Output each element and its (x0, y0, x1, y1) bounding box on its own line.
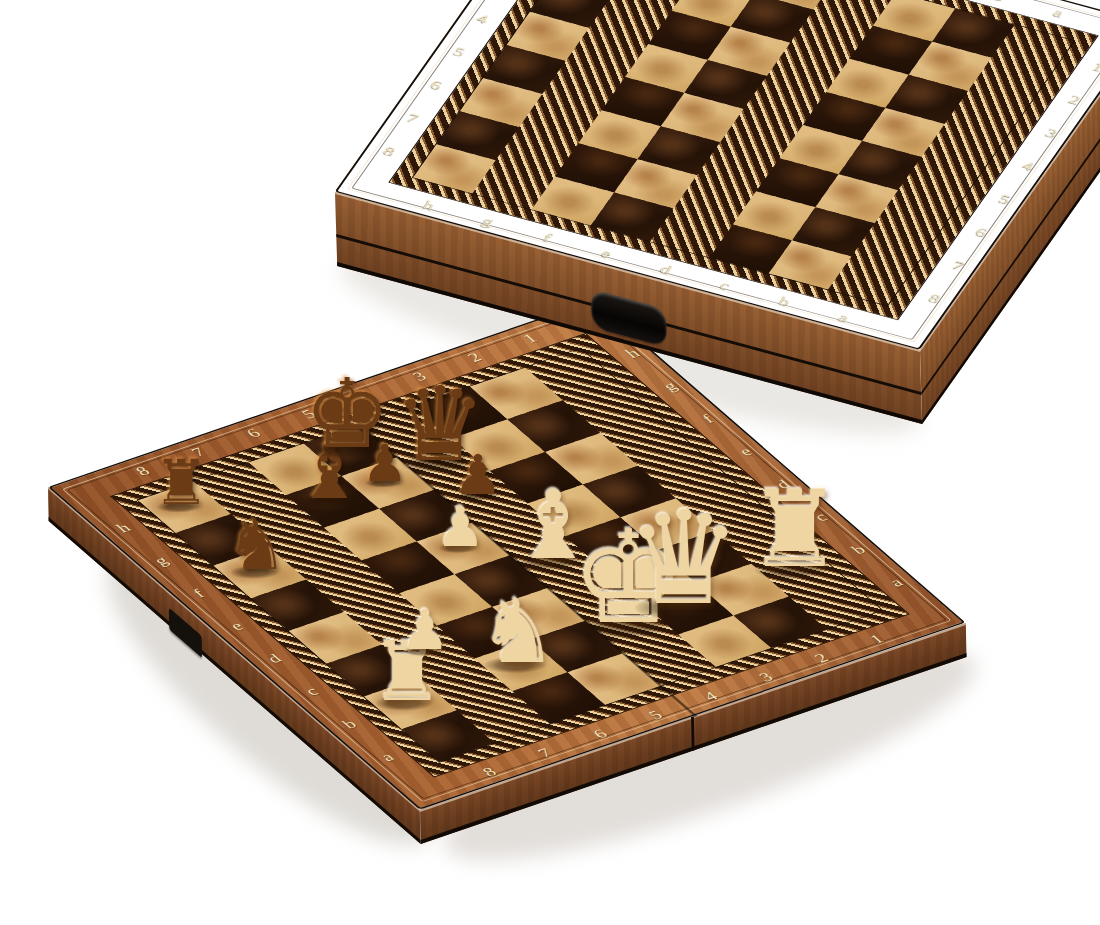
open-label-right-d: d (772, 477, 795, 492)
open-label-left-f: f (189, 586, 209, 600)
lid-label-right-6: 6 (972, 225, 990, 240)
open-label-top-4: 4 (353, 388, 376, 403)
lid-label-left-4: 4 (474, 11, 492, 26)
open-label-bottom-2: 2 (810, 651, 833, 666)
open-label-top-3: 3 (408, 369, 431, 384)
open-label-bottom-6: 6 (589, 727, 612, 742)
open-label-top-5: 5 (298, 407, 321, 422)
lid-label-right-3: 3 (1042, 126, 1060, 141)
open-label-left-e: e (226, 619, 248, 634)
product-photo-stage: 8765432187654321hgfedcbahgfedcba hgfedcb… (0, 0, 1100, 925)
open-label-right-b: b (847, 542, 870, 557)
lid-label-right-7: 7 (949, 258, 967, 273)
open-label-bottom-8: 8 (478, 765, 501, 780)
open-label-left-c: c (301, 684, 323, 699)
open-label-left-d: d (263, 651, 286, 666)
lid-label-left-5: 5 (450, 45, 468, 60)
open-label-right-c: c (810, 510, 832, 525)
lid-label-left-7: 7 (403, 111, 421, 126)
open-label-top-2: 2 (464, 350, 487, 365)
lid-label-bottom-d: d (657, 262, 675, 277)
lid-label-right-1: 1 (1089, 59, 1100, 74)
open-label-left-g: g (150, 553, 173, 568)
lid-label-bottom-g: g (479, 214, 497, 229)
lid-label-bottom-a: a (835, 310, 852, 324)
open-label-right-e: e (735, 444, 757, 459)
open-label-top-1: 1 (519, 331, 542, 346)
lid-label-bottom-h: h (420, 198, 438, 213)
open-label-left-b: b (338, 717, 361, 732)
lid-label-top-b: b (990, 0, 1008, 4)
open-label-right-a: a (885, 575, 907, 590)
lid-label-left-6: 6 (427, 78, 445, 93)
lid-label-bottom-f: f (540, 230, 555, 244)
hinge-frame-gap (691, 716, 694, 751)
open-label-right-f: f (698, 412, 718, 426)
lid-label-bottom-b: b (775, 294, 793, 309)
open-label-top-6: 6 (242, 426, 265, 441)
open-label-bottom-3: 3 (755, 670, 778, 685)
lid-label-left-8: 8 (380, 144, 398, 159)
open-label-bottom-1: 1 (866, 632, 889, 647)
lid-label-top-a: a (1050, 6, 1067, 20)
open-label-top-7: 7 (187, 445, 210, 460)
open-label-right-g: g (659, 379, 682, 394)
open-label-right-h: h (621, 346, 644, 361)
lid-label-bottom-c: c (717, 278, 734, 292)
lid-label-right-4: 4 (1019, 159, 1037, 174)
open-label-left-h: h (112, 521, 135, 536)
open-label-top-8: 8 (132, 464, 155, 479)
lid-label-right-5: 5 (996, 192, 1014, 207)
open-label-bottom-4: 4 (700, 689, 723, 704)
lid-label-right-8: 8 (926, 291, 944, 306)
lid-label-right-2: 2 (1066, 93, 1084, 108)
open-label-left-a: a (377, 750, 399, 765)
open-label-bottom-7: 7 (534, 746, 557, 761)
lid-label-bottom-e: e (598, 246, 615, 260)
open-label-bottom-5: 5 (644, 708, 667, 723)
